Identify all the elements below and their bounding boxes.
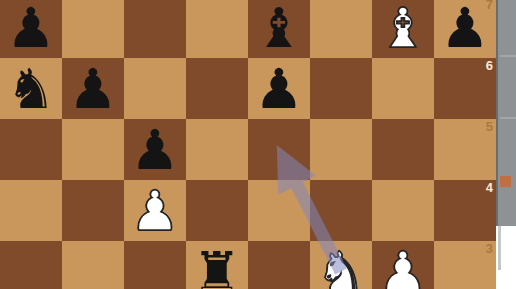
- square-e4[interactable]: [248, 180, 310, 241]
- square-h7[interactable]: 7♟: [434, 0, 496, 58]
- black-pawn-a7[interactable]: ♟: [0, 0, 62, 59]
- white-pawn-c4[interactable]: ♟: [124, 181, 186, 242]
- square-d7[interactable]: [186, 0, 248, 58]
- square-b4[interactable]: [62, 180, 124, 241]
- square-d3[interactable]: ♜: [186, 241, 248, 289]
- square-f4[interactable]: [310, 180, 372, 241]
- square-h5[interactable]: 5: [434, 119, 496, 180]
- square-g5[interactable]: [372, 119, 434, 180]
- square-c7[interactable]: [124, 0, 186, 58]
- square-d5[interactable]: [186, 119, 248, 180]
- square-e3[interactable]: [248, 241, 310, 289]
- scrollbar-track-edge: [498, 226, 501, 270]
- square-d6[interactable]: [186, 58, 248, 119]
- square-a4[interactable]: [0, 180, 62, 241]
- black-knight-a6[interactable]: ♞: [0, 59, 62, 120]
- white-bishop-g7[interactable]: ♝: [372, 0, 434, 59]
- square-c5[interactable]: ♟: [124, 119, 186, 180]
- scrollbar-thumb[interactable]: [496, 0, 516, 226]
- black-bishop-e7[interactable]: ♝: [248, 0, 310, 59]
- black-pawn-h7[interactable]: ♟: [434, 0, 496, 59]
- square-g6[interactable]: [372, 58, 434, 119]
- square-f5[interactable]: [310, 119, 372, 180]
- chess-app-viewport: ♟♝♝7♟♞♟♟6♟5♟4♜♞♟3: [0, 0, 516, 289]
- square-c3[interactable]: [124, 241, 186, 289]
- black-pawn-e6[interactable]: ♟: [248, 59, 310, 120]
- white-pawn-g3[interactable]: ♟: [372, 242, 434, 289]
- square-b3[interactable]: [62, 241, 124, 289]
- square-h6[interactable]: 6: [434, 58, 496, 119]
- scrollbar-separator: [500, 55, 516, 57]
- rank-label-4: 4: [486, 181, 493, 195]
- rank-label-3: 3: [486, 242, 493, 256]
- square-f3[interactable]: ♞: [310, 241, 372, 289]
- square-b5[interactable]: [62, 119, 124, 180]
- square-b7[interactable]: [62, 0, 124, 58]
- square-c4[interactable]: ♟: [124, 180, 186, 241]
- square-c6[interactable]: [124, 58, 186, 119]
- square-a6[interactable]: ♞: [0, 58, 62, 119]
- square-e7[interactable]: ♝: [248, 0, 310, 58]
- rank-label-5: 5: [486, 120, 493, 134]
- scrollbar-marker: [500, 176, 511, 187]
- square-f6[interactable]: [310, 58, 372, 119]
- square-a5[interactable]: [0, 119, 62, 180]
- chessboard[interactable]: ♟♝♝7♟♞♟♟6♟5♟4♜♞♟3: [0, 0, 496, 289]
- black-pawn-c5[interactable]: ♟: [124, 120, 186, 181]
- square-g7[interactable]: ♝: [372, 0, 434, 58]
- square-a3[interactable]: [0, 241, 62, 289]
- square-a7[interactable]: ♟: [0, 0, 62, 58]
- square-d4[interactable]: [186, 180, 248, 241]
- square-b6[interactable]: ♟: [62, 58, 124, 119]
- square-h4[interactable]: 4: [434, 180, 496, 241]
- scrollbar-separator: [500, 117, 516, 119]
- white-knight-f3[interactable]: ♞: [310, 242, 372, 289]
- square-g4[interactable]: [372, 180, 434, 241]
- square-h3[interactable]: 3: [434, 241, 496, 289]
- rank-label-6: 6: [486, 59, 493, 73]
- square-g3[interactable]: ♟: [372, 241, 434, 289]
- square-e6[interactable]: ♟: [248, 58, 310, 119]
- right-panel: [496, 0, 516, 289]
- square-f7[interactable]: [310, 0, 372, 58]
- black-rook-d3[interactable]: ♜: [186, 242, 248, 289]
- black-pawn-b6[interactable]: ♟: [62, 59, 124, 120]
- square-e5[interactable]: [248, 119, 310, 180]
